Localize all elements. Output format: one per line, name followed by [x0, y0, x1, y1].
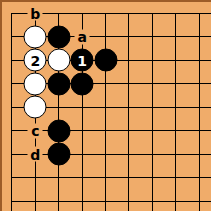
- board-cell: [187, 142, 210, 166]
- board-frame-top: [0, 0, 211, 2]
- board-cell: [70, 1, 93, 25]
- board-cell: [47, 166, 70, 190]
- board-cell: [94, 166, 117, 190]
- black-stone: [47, 72, 70, 95]
- board-cell: [141, 166, 164, 190]
- board-cell: [117, 48, 140, 72]
- move-number-2: 2: [31, 53, 41, 67]
- board-cell: [0, 72, 23, 96]
- board-cell: [141, 189, 164, 211]
- board-cell: [187, 48, 210, 72]
- board-cell: [187, 1, 210, 25]
- black-stone: [71, 72, 94, 95]
- board-cell: [141, 119, 164, 143]
- board-cell: [94, 189, 117, 211]
- board-cell: [164, 25, 187, 49]
- board-cell: [117, 25, 140, 49]
- board-cell: [117, 142, 140, 166]
- board-cell: [0, 25, 23, 49]
- black-stone: [47, 143, 70, 166]
- board-cell: [164, 48, 187, 72]
- board-cell: [117, 166, 140, 190]
- board-cell: [70, 142, 93, 166]
- board-cell: [117, 1, 140, 25]
- board-cell: [141, 142, 164, 166]
- board-cell: [0, 119, 23, 143]
- board-cell: [47, 48, 70, 72]
- point-label-b: b: [28, 6, 43, 21]
- point-label-a: a: [75, 29, 90, 44]
- board-cell: [0, 166, 23, 190]
- board-cell: [70, 166, 93, 190]
- board-cell: [164, 119, 187, 143]
- board-cell: [94, 142, 117, 166]
- board-cell: [0, 48, 23, 72]
- white-stone: [24, 96, 47, 119]
- board-cell: [24, 189, 47, 211]
- board-cell: [47, 142, 70, 166]
- board-frame-left: [0, 0, 2, 211]
- board-grid: ba21cd: [0, 1, 211, 211]
- board-cell: [164, 189, 187, 211]
- board-cell: [47, 72, 70, 96]
- board-cell: [187, 25, 210, 49]
- board-cell: [164, 1, 187, 25]
- board-cell: [94, 25, 117, 49]
- board-cell: [117, 72, 140, 96]
- board-cell: [141, 48, 164, 72]
- board-cell: [94, 48, 117, 72]
- board-cell: [0, 189, 23, 211]
- board-cell: [47, 25, 70, 49]
- black-stone: [47, 119, 70, 142]
- board-cell: [117, 119, 140, 143]
- board-cell: [141, 25, 164, 49]
- board-cell: [187, 119, 210, 143]
- board-cell: [70, 189, 93, 211]
- board-cell: [164, 95, 187, 119]
- board-cell: [47, 189, 70, 211]
- board-cell: [117, 95, 140, 119]
- board-cell: c: [24, 119, 47, 143]
- board-cell: [24, 25, 47, 49]
- board-cell: [164, 142, 187, 166]
- board-cell: 1: [70, 48, 93, 72]
- white-stone: [24, 72, 47, 95]
- board-cell: [94, 1, 117, 25]
- board-cell: [94, 95, 117, 119]
- board-cell: [47, 95, 70, 119]
- board-cell: [24, 95, 47, 119]
- black-stone: [94, 49, 117, 72]
- board-cell: 2: [24, 48, 47, 72]
- go-board: ba21cd: [0, 0, 211, 211]
- board-cell: d: [24, 142, 47, 166]
- point-label-c: c: [28, 123, 43, 138]
- board-cell: [0, 142, 23, 166]
- board-cell: [70, 72, 93, 96]
- white-stone: 2: [24, 49, 47, 72]
- board-cell: [47, 119, 70, 143]
- point-label-d: d: [28, 147, 43, 162]
- black-stone: [47, 25, 70, 48]
- board-cell: [0, 1, 23, 25]
- board-cell: [94, 72, 117, 96]
- board-cell: [117, 189, 140, 211]
- board-cell: [47, 1, 70, 25]
- board-cell: [164, 72, 187, 96]
- board-cell: [24, 166, 47, 190]
- board-cell: [0, 95, 23, 119]
- board-cell: [70, 95, 93, 119]
- board-cell: [24, 72, 47, 96]
- board-cell: [141, 72, 164, 96]
- board-cell: [187, 166, 210, 190]
- board-cell: [141, 95, 164, 119]
- board-cell: [94, 119, 117, 143]
- board-cell: [141, 1, 164, 25]
- board-cell: b: [24, 1, 47, 25]
- board-cell: [187, 72, 210, 96]
- white-stone: [24, 25, 47, 48]
- board-cell: [187, 95, 210, 119]
- board-cell: [187, 189, 210, 211]
- board-cell: [70, 119, 93, 143]
- move-number-1: 1: [77, 53, 87, 67]
- board-cell: [164, 166, 187, 190]
- white-stone: [47, 49, 70, 72]
- board-cell: a: [70, 25, 93, 49]
- black-stone: 1: [71, 49, 94, 72]
